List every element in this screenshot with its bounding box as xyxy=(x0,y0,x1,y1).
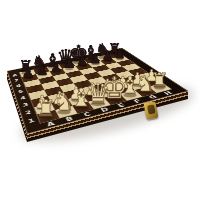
rank-label-5: 5 xyxy=(18,90,24,94)
rank-label-1: 1 xyxy=(28,118,36,124)
file-label-h: H xyxy=(163,91,173,96)
piece-base-shadow xyxy=(123,94,136,98)
piece-base-shadow xyxy=(75,106,89,110)
rank-label-2: 2 xyxy=(25,110,32,115)
rank-label-7: 7 xyxy=(14,79,20,82)
rank-label-3: 3 xyxy=(22,103,29,108)
piece-base-shadow xyxy=(52,71,60,73)
piece-base-shadow xyxy=(55,103,65,106)
piece-base-shadow xyxy=(37,107,47,110)
piece-base-shadow xyxy=(57,110,70,114)
file-label-a: A xyxy=(46,121,55,127)
piece-base-shadow xyxy=(66,68,74,70)
file-label-d: D xyxy=(100,108,110,114)
rank-label-4: 4 xyxy=(20,96,27,100)
piece-base-shadow xyxy=(71,99,80,102)
rank-label-8: 8 xyxy=(12,74,17,77)
piece-base-shadow xyxy=(35,69,45,72)
rank-label-6: 6 xyxy=(16,84,22,88)
piece-base-shadow xyxy=(86,58,96,61)
file-label-e: E xyxy=(117,103,126,108)
clasp-slot xyxy=(147,104,156,114)
file-label-g: G xyxy=(148,95,158,100)
chess-set-photo: ABCDEFGH12345678 ♜♞♝♛♚♝♞♜♟♟♟♟♟♟♟♟♟♟♟♟♟♟♟… xyxy=(0,0,200,200)
piece-base-shadow xyxy=(88,95,97,98)
file-label-f: F xyxy=(133,99,142,104)
file-label-b: B xyxy=(65,117,74,123)
piece-base-shadow xyxy=(48,66,58,69)
file-label-c: C xyxy=(83,112,92,118)
piece-base-shadow xyxy=(116,58,123,60)
piece-base-shadow xyxy=(154,86,165,89)
